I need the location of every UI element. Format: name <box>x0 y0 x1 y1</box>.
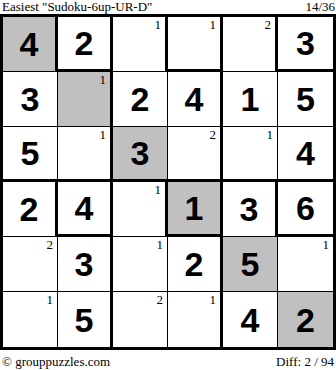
cell-r3c4[interactable]: 2 <box>168 127 223 182</box>
cell-r5c3[interactable]: 1 <box>113 237 168 292</box>
cell-r2c6: 5 <box>278 72 333 127</box>
given-digit: 1 <box>241 82 260 116</box>
given-digit: 4 <box>75 191 94 225</box>
cell-r3c3: 3 <box>113 127 168 182</box>
cell-r4c6: 6 <box>278 182 333 237</box>
cell-r1c2: 2 <box>58 17 113 72</box>
pencil-mark: 1 <box>155 18 162 31</box>
cell-r6c4[interactable]: 1 <box>168 292 223 347</box>
cell-r4c4: 1 <box>168 182 223 237</box>
cell-r3c5[interactable]: 1 <box>223 127 278 182</box>
cell-r1c6: 3 <box>278 17 333 72</box>
given-digit: 2 <box>185 247 204 281</box>
pencil-mark: 2 <box>265 18 272 31</box>
page-indicator: 14/36 <box>305 0 335 14</box>
cell-r4c3[interactable]: 1 <box>113 182 168 237</box>
given-digit: 1 <box>185 191 204 225</box>
pencil-mark: 2 <box>47 238 54 251</box>
cell-r2c1: 3 <box>3 72 58 127</box>
difficulty-label: Diff: 2 / 94 <box>276 354 334 369</box>
given-digit: 4 <box>296 136 315 170</box>
cell-r3c2[interactable]: 1 <box>58 127 113 182</box>
given-digit: 3 <box>296 26 315 60</box>
cell-r6c1[interactable]: 1 <box>3 292 58 347</box>
cell-r6c2: 5 <box>58 292 113 347</box>
given-digit: 4 <box>241 303 260 337</box>
given-digit: 2 <box>131 82 150 116</box>
cell-r3c6: 4 <box>278 127 333 182</box>
cell-r5c2: 3 <box>58 237 113 292</box>
cell-r5c4: 2 <box>168 237 223 292</box>
pencil-mark: 1 <box>100 128 107 141</box>
cell-r2c3: 2 <box>113 72 168 127</box>
cell-r1c4[interactable]: 1 <box>168 17 223 72</box>
given-digit: 2 <box>75 26 94 60</box>
pencil-mark: 1 <box>323 238 330 251</box>
cell-r4c2: 4 <box>58 182 113 237</box>
given-digit: 5 <box>241 247 260 281</box>
pencil-mark: 1 <box>157 238 164 251</box>
given-digit: 3 <box>75 247 94 281</box>
cell-r5c5: 5 <box>223 237 278 292</box>
given-digit: 4 <box>20 27 39 61</box>
given-digit: 3 <box>21 82 40 116</box>
puzzle-page: Easiest "Sudoku-6up-UR-D" 14/36 42112331… <box>0 0 336 370</box>
cell-r5c6[interactable]: 1 <box>278 237 333 292</box>
pencil-mark: 1 <box>47 293 54 306</box>
pencil-mark: 1 <box>267 128 274 141</box>
pencil-mark: 1 <box>155 183 162 196</box>
cell-r4c1: 2 <box>3 182 58 237</box>
pencil-mark: 2 <box>157 293 164 306</box>
header: Easiest "Sudoku-6up-UR-D" 14/36 <box>0 0 336 14</box>
given-digit: 3 <box>131 136 150 170</box>
given-digit: 4 <box>185 82 204 116</box>
cell-r6c6: 2 <box>278 292 333 347</box>
footer: © grouppuzzles.com Diff: 2 / 94 <box>0 350 336 370</box>
pencil-mark: 1 <box>210 293 217 306</box>
given-digit: 3 <box>240 192 259 226</box>
cell-r6c3[interactable]: 2 <box>113 292 168 347</box>
cell-r1c1: 4 <box>3 17 58 72</box>
given-digit: 2 <box>296 303 315 337</box>
pencil-mark: 1 <box>100 73 107 86</box>
page-title: Easiest "Sudoku-6up-UR-D" <box>2 0 152 14</box>
given-digit: 5 <box>296 82 315 116</box>
cell-r1c3[interactable]: 1 <box>113 17 168 72</box>
cell-r4c5: 3 <box>223 182 278 237</box>
cell-r2c5: 1 <box>223 72 278 127</box>
cell-r1c5[interactable]: 2 <box>223 17 278 72</box>
copyright-label: © grouppuzzles.com <box>2 354 110 369</box>
given-digit: 6 <box>296 191 315 225</box>
sudoku-board: 421123312415513214241136231251152142 <box>0 14 336 350</box>
given-digit: 2 <box>20 192 39 226</box>
cell-r2c4: 4 <box>168 72 223 127</box>
cell-r2c2[interactable]: 1 <box>58 72 113 127</box>
cell-r5c1[interactable]: 2 <box>3 237 58 292</box>
cell-r6c5: 4 <box>223 292 278 347</box>
given-digit: 5 <box>75 303 94 337</box>
pencil-mark: 2 <box>210 128 217 141</box>
pencil-mark: 1 <box>210 18 217 31</box>
cell-r3c1: 5 <box>3 127 58 182</box>
given-digit: 5 <box>21 136 40 170</box>
